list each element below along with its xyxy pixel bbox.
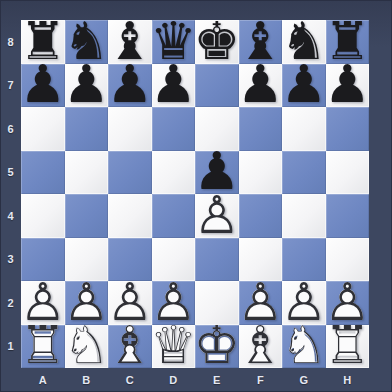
square-f5[interactable] xyxy=(239,151,283,195)
chess-board: ♜♞♝♛♚♝♞♜♟♟♟♟♟♟♟♟♟♙♟♙♟♙♟♙♟♙♟♙♟♙♟♙♜♖♞♘♝♗♛♕… xyxy=(21,20,369,368)
square-b4[interactable] xyxy=(65,194,109,238)
square-d6[interactable] xyxy=(152,107,196,151)
square-d5[interactable] xyxy=(152,151,196,195)
square-a6[interactable] xyxy=(21,107,65,151)
square-c7[interactable]: ♟ xyxy=(108,64,152,108)
black-king-icon: ♚ xyxy=(195,19,239,63)
white-bishop-outline-icon: ♗ xyxy=(239,324,283,368)
square-d4[interactable] xyxy=(152,194,196,238)
square-a7[interactable]: ♟ xyxy=(21,64,65,108)
square-e7[interactable] xyxy=(195,64,239,108)
piece-black-pawn[interactable]: ♟ xyxy=(65,64,109,108)
square-c6[interactable] xyxy=(108,107,152,151)
square-f6[interactable] xyxy=(239,107,283,151)
square-g1[interactable]: ♞♘ xyxy=(282,325,326,369)
square-g4[interactable] xyxy=(282,194,326,238)
rank-label-8: 8 xyxy=(0,20,21,64)
piece-black-pawn[interactable]: ♟ xyxy=(108,64,152,108)
square-f7[interactable]: ♟ xyxy=(239,64,283,108)
black-pawn-icon: ♟ xyxy=(21,63,65,107)
square-g6[interactable] xyxy=(282,107,326,151)
black-pawn-icon: ♟ xyxy=(326,63,370,107)
black-pawn-icon: ♟ xyxy=(65,63,109,107)
square-b1[interactable]: ♞♘ xyxy=(65,325,109,369)
piece-white-knight[interactable]: ♞♘ xyxy=(65,325,109,369)
piece-white-bishop[interactable]: ♝♗ xyxy=(108,325,152,369)
square-f1[interactable]: ♝♗ xyxy=(239,325,283,369)
white-pawn-outline-icon: ♙ xyxy=(195,193,239,237)
square-h5[interactable] xyxy=(326,151,370,195)
square-e8[interactable]: ♚ xyxy=(195,20,239,64)
square-e3[interactable] xyxy=(195,238,239,282)
rank-label-7: 7 xyxy=(0,64,21,108)
piece-black-pawn[interactable]: ♟ xyxy=(239,64,283,108)
black-pawn-icon: ♟ xyxy=(108,63,152,107)
piece-white-bishop[interactable]: ♝♗ xyxy=(239,325,283,369)
piece-white-pawn[interactable]: ♟♙ xyxy=(195,194,239,238)
piece-white-queen[interactable]: ♛♕ xyxy=(152,325,196,369)
square-f4[interactable] xyxy=(239,194,283,238)
square-d1[interactable]: ♛♕ xyxy=(152,325,196,369)
black-pawn-icon: ♟ xyxy=(282,63,326,107)
white-rook-outline-icon: ♖ xyxy=(21,324,65,368)
white-king-outline-icon: ♔ xyxy=(195,324,239,368)
piece-black-pawn[interactable]: ♟ xyxy=(326,64,370,108)
black-pawn-icon: ♟ xyxy=(239,63,283,107)
piece-white-knight[interactable]: ♞♘ xyxy=(282,325,326,369)
piece-white-rook[interactable]: ♜♖ xyxy=(21,325,65,369)
piece-white-rook[interactable]: ♜♖ xyxy=(326,325,370,369)
white-rook-outline-icon: ♖ xyxy=(326,324,370,368)
chess-board-frame: 87654321 ABCDEFGH ♜♞♝♛♚♝♞♜♟♟♟♟♟♟♟♟♟♙♟♙♟♙… xyxy=(0,0,392,392)
square-h4[interactable] xyxy=(326,194,370,238)
square-c4[interactable] xyxy=(108,194,152,238)
rank-label-1: 1 xyxy=(0,325,21,369)
square-h6[interactable] xyxy=(326,107,370,151)
square-e1[interactable]: ♚♔ xyxy=(195,325,239,369)
square-b6[interactable] xyxy=(65,107,109,151)
square-c5[interactable] xyxy=(108,151,152,195)
piece-black-pawn[interactable]: ♟ xyxy=(21,64,65,108)
white-queen-outline-icon: ♕ xyxy=(152,324,196,368)
white-knight-outline-icon: ♘ xyxy=(282,324,326,368)
piece-black-king[interactable]: ♚ xyxy=(195,20,239,64)
white-knight-outline-icon: ♘ xyxy=(65,324,109,368)
white-bishop-outline-icon: ♗ xyxy=(108,324,152,368)
piece-black-pawn[interactable]: ♟ xyxy=(152,64,196,108)
rank-label-5: 5 xyxy=(0,151,21,195)
square-g7[interactable]: ♟ xyxy=(282,64,326,108)
piece-black-pawn[interactable]: ♟ xyxy=(282,64,326,108)
square-a4[interactable] xyxy=(21,194,65,238)
square-d7[interactable]: ♟ xyxy=(152,64,196,108)
square-g5[interactable] xyxy=(282,151,326,195)
square-b5[interactable] xyxy=(65,151,109,195)
rank-label-3: 3 xyxy=(0,238,21,282)
square-b7[interactable]: ♟ xyxy=(65,64,109,108)
square-h7[interactable]: ♟ xyxy=(326,64,370,108)
piece-white-king[interactable]: ♚♔ xyxy=(195,325,239,369)
rank-labels: 87654321 xyxy=(0,20,21,368)
rank-label-6: 6 xyxy=(0,107,21,151)
square-c1[interactable]: ♝♗ xyxy=(108,325,152,369)
square-h1[interactable]: ♜♖ xyxy=(326,325,370,369)
square-a1[interactable]: ♜♖ xyxy=(21,325,65,369)
square-e4[interactable]: ♟♙ xyxy=(195,194,239,238)
square-a5[interactable] xyxy=(21,151,65,195)
rank-label-2: 2 xyxy=(0,281,21,325)
black-pawn-icon: ♟ xyxy=(152,63,196,107)
rank-label-4: 4 xyxy=(0,194,21,238)
